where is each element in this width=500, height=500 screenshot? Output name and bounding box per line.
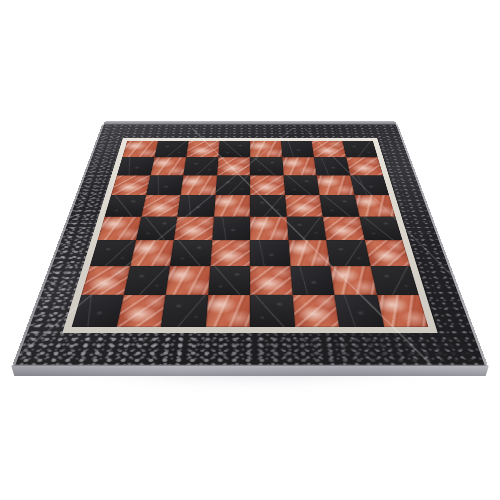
square-g2 — [330, 266, 376, 295]
square-d3 — [210, 240, 250, 266]
square-d2 — [208, 266, 250, 295]
square-f5 — [285, 195, 323, 216]
square-d4 — [212, 217, 250, 241]
square-c6 — [180, 175, 216, 195]
square-e2 — [250, 266, 292, 295]
square-c5 — [177, 195, 215, 216]
square-g6 — [317, 175, 355, 195]
square-h5 — [354, 195, 395, 216]
square-d8 — [218, 141, 250, 158]
square-h6 — [350, 175, 389, 195]
board-front-edge — [11, 365, 489, 376]
square-e5 — [250, 195, 286, 216]
chess-board — [12, 121, 488, 366]
square-f6 — [283, 175, 319, 195]
square-c2 — [166, 266, 210, 295]
square-f3 — [288, 240, 330, 266]
square-b5 — [141, 195, 181, 216]
square-a4 — [98, 217, 141, 241]
square-c3 — [170, 240, 212, 266]
square-e6 — [250, 175, 285, 195]
square-b7 — [150, 157, 186, 175]
board-grid — [72, 141, 429, 327]
square-h7 — [346, 157, 383, 175]
square-f7 — [282, 157, 317, 175]
square-h8 — [342, 141, 378, 158]
square-e1 — [250, 295, 295, 327]
square-a3 — [90, 240, 136, 266]
square-f1 — [292, 295, 339, 327]
board-frame — [12, 124, 488, 366]
square-c7 — [183, 157, 218, 175]
square-b2 — [123, 266, 169, 295]
square-a2 — [81, 266, 130, 295]
square-b4 — [136, 217, 178, 241]
square-a6 — [111, 175, 150, 195]
photo-background — [0, 0, 500, 500]
square-c8 — [186, 141, 219, 158]
square-h1 — [377, 295, 429, 327]
square-d5 — [214, 195, 250, 216]
square-e4 — [250, 217, 288, 241]
square-d6 — [215, 175, 250, 195]
square-g5 — [320, 195, 360, 216]
square-h4 — [359, 217, 402, 241]
square-h3 — [364, 240, 410, 266]
square-c1 — [161, 295, 208, 327]
square-e7 — [250, 157, 283, 175]
square-b3 — [130, 240, 174, 266]
square-e8 — [250, 141, 282, 158]
square-b6 — [146, 175, 184, 195]
square-f4 — [286, 217, 326, 241]
square-d1 — [205, 295, 250, 327]
square-g3 — [326, 240, 370, 266]
square-g8 — [311, 141, 345, 158]
square-a5 — [105, 195, 146, 216]
square-g4 — [323, 217, 365, 241]
square-a7 — [117, 157, 154, 175]
square-b1 — [116, 295, 165, 327]
square-e3 — [250, 240, 290, 266]
square-g1 — [334, 295, 383, 327]
square-a8 — [122, 141, 158, 158]
square-g7 — [314, 157, 350, 175]
square-f8 — [281, 141, 314, 158]
square-d7 — [217, 157, 250, 175]
square-a1 — [72, 295, 124, 327]
square-c4 — [174, 217, 214, 241]
board-inlay-border — [62, 138, 437, 333]
square-f2 — [290, 266, 334, 295]
square-h2 — [370, 266, 419, 295]
square-b8 — [154, 141, 188, 158]
